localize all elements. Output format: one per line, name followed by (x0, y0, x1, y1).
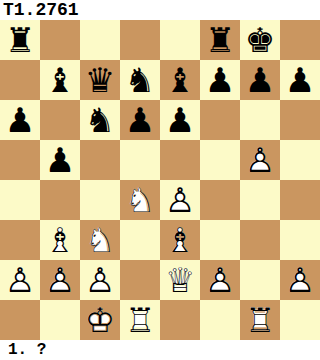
piece-white-king[interactable]: ♚♔ (80, 300, 120, 340)
square-b8[interactable] (40, 20, 80, 60)
piece-glyph-outline: ♗ (40, 220, 80, 260)
piece-black-queen[interactable]: ♛ (80, 60, 120, 100)
piece-black-pawn[interactable]: ♟ (120, 100, 160, 140)
piece-glyph-outline: ♕ (160, 260, 200, 300)
square-g8[interactable]: ♚ (240, 20, 280, 60)
square-g5[interactable]: ♟♙ (240, 140, 280, 180)
piece-white-pawn[interactable]: ♟♙ (0, 260, 40, 300)
square-b2[interactable]: ♟♙ (40, 260, 80, 300)
piece-glyph-outline: ♖ (120, 300, 160, 340)
piece-black-knight[interactable]: ♞ (80, 100, 120, 140)
square-h2[interactable]: ♟♙ (280, 260, 320, 300)
square-f1[interactable] (200, 300, 240, 340)
piece-glyph-outline: ♙ (280, 260, 320, 300)
square-a5[interactable] (0, 140, 40, 180)
square-g4[interactable] (240, 180, 280, 220)
piece-glyph-outline: ♙ (160, 180, 200, 220)
piece-black-pawn[interactable]: ♟ (200, 60, 240, 100)
square-b7[interactable]: ♝ (40, 60, 80, 100)
square-f6[interactable] (200, 100, 240, 140)
square-c5[interactable] (80, 140, 120, 180)
piece-glyph-outline: ♘ (80, 220, 120, 260)
piece-glyph-outline: ♘ (120, 180, 160, 220)
square-h4[interactable] (280, 180, 320, 220)
piece-white-bishop[interactable]: ♝♗ (40, 220, 80, 260)
square-f4[interactable] (200, 180, 240, 220)
piece-white-pawn[interactable]: ♟♙ (240, 140, 280, 180)
square-b4[interactable] (40, 180, 80, 220)
piece-white-pawn[interactable]: ♟♙ (160, 180, 200, 220)
square-b3[interactable]: ♝♗ (40, 220, 80, 260)
piece-black-bishop[interactable]: ♝ (160, 60, 200, 100)
piece-glyph-outline: ♙ (200, 260, 240, 300)
square-d2[interactable] (120, 260, 160, 300)
square-c3[interactable]: ♞♘ (80, 220, 120, 260)
square-c4[interactable] (80, 180, 120, 220)
piece-black-bishop[interactable]: ♝ (40, 60, 80, 100)
square-b5[interactable]: ♟ (40, 140, 80, 180)
square-f8[interactable]: ♜ (200, 20, 240, 60)
piece-white-queen[interactable]: ♛♕ (160, 260, 200, 300)
square-h8[interactable] (280, 20, 320, 60)
piece-glyph-outline: ♖ (240, 300, 280, 340)
square-d7[interactable]: ♞ (120, 60, 160, 100)
piece-glyph-outline: ♙ (40, 260, 80, 300)
piece-white-pawn[interactable]: ♟♙ (280, 260, 320, 300)
square-a3[interactable] (0, 220, 40, 260)
square-c8[interactable] (80, 20, 120, 60)
piece-black-rook[interactable]: ♜ (200, 20, 240, 60)
piece-black-king[interactable]: ♚ (240, 20, 280, 60)
piece-white-knight[interactable]: ♞♘ (120, 180, 160, 220)
square-g7[interactable]: ♟ (240, 60, 280, 100)
piece-glyph-outline: ♙ (0, 260, 40, 300)
square-a7[interactable] (0, 60, 40, 100)
square-d8[interactable] (120, 20, 160, 60)
piece-black-pawn[interactable]: ♟ (280, 60, 320, 100)
piece-glyph-outline: ♔ (80, 300, 120, 340)
piece-white-knight[interactable]: ♞♘ (80, 220, 120, 260)
square-d5[interactable] (120, 140, 160, 180)
square-c1[interactable]: ♚♔ (80, 300, 120, 340)
piece-white-bishop[interactable]: ♝♗ (160, 220, 200, 260)
square-e2[interactable]: ♛♕ (160, 260, 200, 300)
square-d1[interactable]: ♜♖ (120, 300, 160, 340)
square-f7[interactable]: ♟ (200, 60, 240, 100)
square-e5[interactable] (160, 140, 200, 180)
square-g2[interactable] (240, 260, 280, 300)
square-d6[interactable]: ♟ (120, 100, 160, 140)
square-f5[interactable] (200, 140, 240, 180)
square-g1[interactable]: ♜♖ (240, 300, 280, 340)
square-c7[interactable]: ♛ (80, 60, 120, 100)
square-a1[interactable] (0, 300, 40, 340)
square-g6[interactable] (240, 100, 280, 140)
piece-white-pawn[interactable]: ♟♙ (200, 260, 240, 300)
square-e3[interactable]: ♝♗ (160, 220, 200, 260)
square-a8[interactable]: ♜ (0, 20, 40, 60)
square-e1[interactable] (160, 300, 200, 340)
puzzle-page: T1.2761 ♜♜♚♝♛♞♝♟♟♟♟♞♟♟♟♟♙♞♘♟♙♝♗♞♘♝♗♟♙♟♙♟… (0, 0, 320, 360)
chess-board: ♜♜♚♝♛♞♝♟♟♟♟♞♟♟♟♟♙♞♘♟♙♝♗♞♘♝♗♟♙♟♙♟♙♛♕♟♙♟♙♚… (0, 20, 320, 340)
piece-white-pawn[interactable]: ♟♙ (80, 260, 120, 300)
piece-white-rook[interactable]: ♜♖ (240, 300, 280, 340)
square-f2[interactable]: ♟♙ (200, 260, 240, 300)
piece-black-pawn[interactable]: ♟ (40, 140, 80, 180)
square-c6[interactable]: ♞ (80, 100, 120, 140)
piece-white-pawn[interactable]: ♟♙ (40, 260, 80, 300)
square-a4[interactable] (0, 180, 40, 220)
square-d3[interactable] (120, 220, 160, 260)
square-f3[interactable] (200, 220, 240, 260)
square-h7[interactable]: ♟ (280, 60, 320, 100)
square-a2[interactable]: ♟♙ (0, 260, 40, 300)
square-d4[interactable]: ♞♘ (120, 180, 160, 220)
square-e8[interactable] (160, 20, 200, 60)
square-h1[interactable] (280, 300, 320, 340)
square-e7[interactable]: ♝ (160, 60, 200, 100)
piece-white-rook[interactable]: ♜♖ (120, 300, 160, 340)
square-h6[interactable] (280, 100, 320, 140)
square-c2[interactable]: ♟♙ (80, 260, 120, 300)
square-b6[interactable] (40, 100, 80, 140)
piece-glyph-outline: ♙ (80, 260, 120, 300)
square-e6[interactable]: ♟ (160, 100, 200, 140)
square-h3[interactable] (280, 220, 320, 260)
piece-black-rook[interactable]: ♜ (0, 20, 40, 60)
piece-black-pawn[interactable]: ♟ (160, 100, 200, 140)
piece-black-knight[interactable]: ♞ (120, 60, 160, 100)
square-e4[interactable]: ♟♙ (160, 180, 200, 220)
piece-black-pawn[interactable]: ♟ (0, 100, 40, 140)
square-a6[interactable]: ♟ (0, 100, 40, 140)
square-b1[interactable] (40, 300, 80, 340)
square-h5[interactable] (280, 140, 320, 180)
move-prompt: 1. ? (0, 340, 320, 360)
piece-glyph-outline: ♙ (240, 140, 280, 180)
piece-black-pawn[interactable]: ♟ (240, 60, 280, 100)
piece-glyph-outline: ♗ (160, 220, 200, 260)
puzzle-title: T1.2761 (0, 0, 320, 20)
square-g3[interactable] (240, 220, 280, 260)
